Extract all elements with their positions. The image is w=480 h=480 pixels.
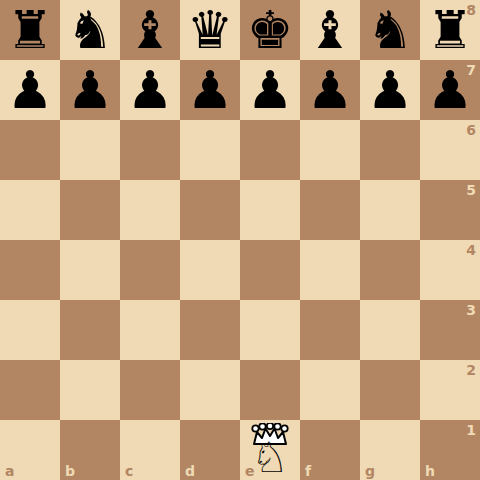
piece-black-pawn[interactable]: ♟ — [67, 60, 114, 120]
rank-label-2: 2 — [466, 362, 476, 378]
square-c4[interactable] — [120, 240, 180, 300]
square-h3[interactable]: 3 — [420, 300, 480, 360]
square-a5[interactable] — [0, 180, 60, 240]
piece-black-pawn[interactable]: ♟ — [307, 60, 354, 120]
square-b4[interactable] — [60, 240, 120, 300]
square-c5[interactable] — [120, 180, 180, 240]
square-d6[interactable] — [180, 120, 240, 180]
rank-label-6: 6 — [466, 122, 476, 138]
piece-black-pawn[interactable]: ♟ — [7, 60, 54, 120]
file-label-b: b — [65, 463, 75, 479]
square-c2[interactable] — [120, 360, 180, 420]
square-e2[interactable] — [240, 360, 300, 420]
square-d1[interactable]: d — [180, 420, 240, 480]
file-label-c: c — [125, 463, 133, 479]
square-b2[interactable] — [60, 360, 120, 420]
square-a3[interactable] — [0, 300, 60, 360]
square-a6[interactable] — [0, 120, 60, 180]
square-g1[interactable]: g — [360, 420, 420, 480]
square-b1[interactable]: b — [60, 420, 120, 480]
square-a7[interactable]: ♟ — [0, 60, 60, 120]
piece-black-pawn[interactable]: ♟ — [247, 60, 294, 120]
square-c6[interactable] — [120, 120, 180, 180]
square-g3[interactable] — [360, 300, 420, 360]
square-g4[interactable] — [360, 240, 420, 300]
file-label-d: d — [185, 463, 195, 479]
file-label-g: g — [365, 463, 375, 479]
square-d2[interactable] — [180, 360, 240, 420]
square-f6[interactable] — [300, 120, 360, 180]
piece-black-pawn[interactable]: ♟ — [187, 60, 234, 120]
square-a1[interactable]: a — [0, 420, 60, 480]
square-f8[interactable]: ♝ — [300, 0, 360, 60]
square-g8[interactable]: ♞ — [360, 0, 420, 60]
rank-label-1: 1 — [466, 422, 476, 438]
square-c8[interactable]: ♝ — [120, 0, 180, 60]
square-d7[interactable]: ♟ — [180, 60, 240, 120]
square-f2[interactable] — [300, 360, 360, 420]
square-h2[interactable]: 2 — [420, 360, 480, 420]
square-f7[interactable]: ♟ — [300, 60, 360, 120]
square-e4[interactable] — [240, 240, 300, 300]
square-e1[interactable]: ♘e — [240, 420, 300, 480]
rank-label-3: 3 — [466, 302, 476, 318]
piece-black-knight[interactable]: ♞ — [367, 0, 414, 60]
square-c7[interactable]: ♟ — [120, 60, 180, 120]
square-g2[interactable] — [360, 360, 420, 420]
square-f5[interactable] — [300, 180, 360, 240]
piece-black-queen[interactable]: ♛ — [187, 0, 234, 60]
square-a8[interactable]: ♜ — [0, 0, 60, 60]
square-h5[interactable]: 5 — [420, 180, 480, 240]
square-e8[interactable]: ♚ — [240, 0, 300, 60]
square-a2[interactable] — [0, 360, 60, 420]
piece-black-rook[interactable]: ♜ — [7, 0, 54, 60]
square-b5[interactable] — [60, 180, 120, 240]
square-f4[interactable] — [300, 240, 360, 300]
square-e5[interactable] — [240, 180, 300, 240]
square-h1[interactable]: 1h — [420, 420, 480, 480]
piece-black-king[interactable]: ♚ — [247, 0, 294, 60]
square-e3[interactable] — [240, 300, 300, 360]
square-d4[interactable] — [180, 240, 240, 300]
piece-black-knight[interactable]: ♞ — [67, 0, 114, 60]
square-f3[interactable] — [300, 300, 360, 360]
file-label-h: h — [425, 463, 435, 479]
square-d5[interactable] — [180, 180, 240, 240]
square-c3[interactable] — [120, 300, 180, 360]
square-e6[interactable] — [240, 120, 300, 180]
rank-label-4: 4 — [466, 242, 476, 258]
rank-label-7: 7 — [466, 62, 476, 78]
square-h6[interactable]: 6 — [420, 120, 480, 180]
piece-black-bishop[interactable]: ♝ — [307, 0, 354, 60]
file-label-f: f — [305, 463, 311, 479]
square-f1[interactable]: f — [300, 420, 360, 480]
square-g5[interactable] — [360, 180, 420, 240]
square-d3[interactable] — [180, 300, 240, 360]
square-b7[interactable]: ♟ — [60, 60, 120, 120]
file-label-a: a — [5, 463, 14, 479]
square-c1[interactable]: c — [120, 420, 180, 480]
piece-black-bishop[interactable]: ♝ — [127, 0, 174, 60]
square-b6[interactable] — [60, 120, 120, 180]
chess-board: ♜♞♝♛♚♝♞♜8♟♟♟♟♟♟♟♟765432abcd♘efg1h — [0, 0, 480, 480]
rank-label-8: 8 — [466, 2, 476, 18]
square-h8[interactable]: ♜8 — [420, 0, 480, 60]
square-b3[interactable] — [60, 300, 120, 360]
square-a4[interactable] — [0, 240, 60, 300]
square-g6[interactable] — [360, 120, 420, 180]
piece-black-pawn[interactable]: ♟ — [367, 60, 414, 120]
piece-black-pawn[interactable]: ♟ — [127, 60, 174, 120]
white-knight-glyph: ♘ — [251, 437, 289, 479]
square-d8[interactable]: ♛ — [180, 0, 240, 60]
square-b8[interactable]: ♞ — [60, 0, 120, 60]
square-h4[interactable]: 4 — [420, 240, 480, 300]
rank-label-5: 5 — [466, 182, 476, 198]
square-e7[interactable]: ♟ — [240, 60, 300, 120]
square-h7[interactable]: ♟7 — [420, 60, 480, 120]
square-g7[interactable]: ♟ — [360, 60, 420, 120]
